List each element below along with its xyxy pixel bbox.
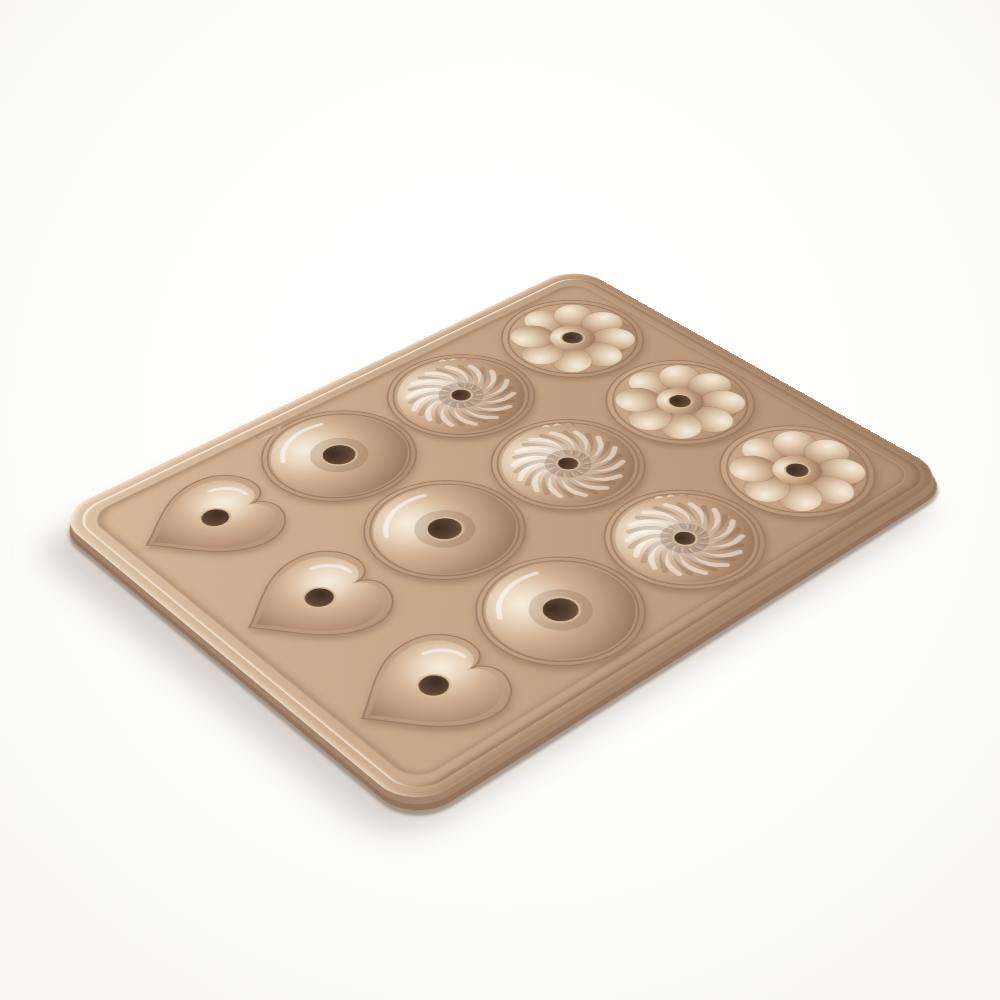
cavity-grid <box>91 282 913 780</box>
product-photo-scene <box>0 0 1000 1000</box>
donut-baking-pan <box>54 266 950 812</box>
